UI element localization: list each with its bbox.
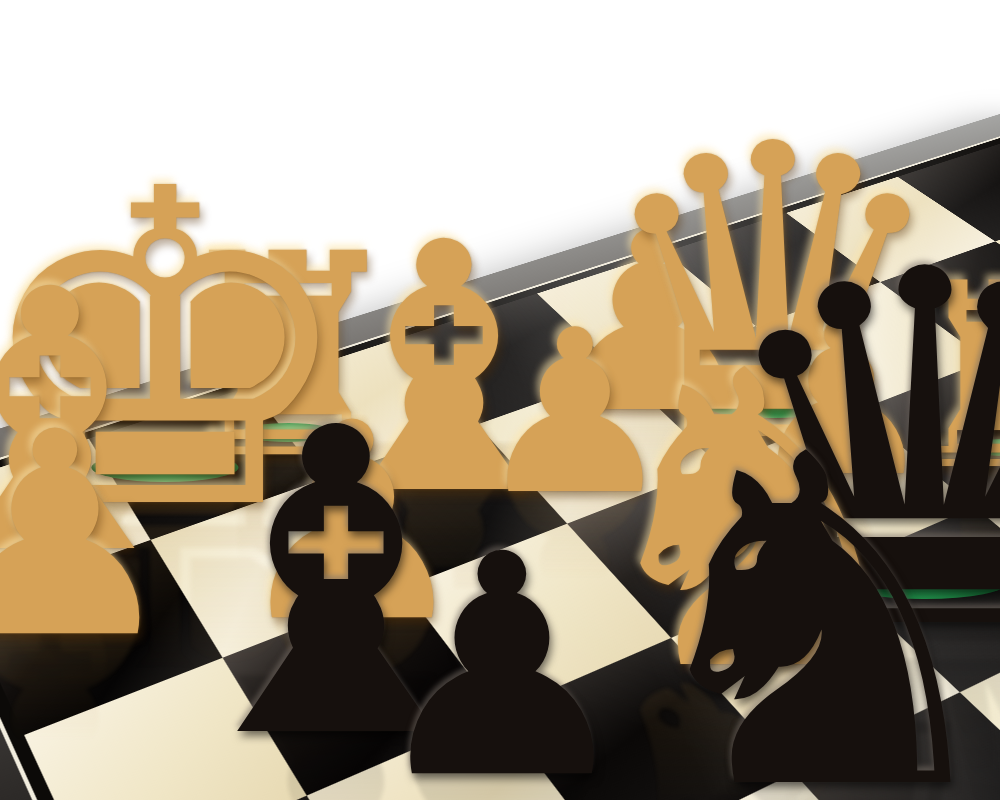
pieces-layer: ♝♝♚♚♜♜♟♟♛♛♟♟♟♟♝♝♟♟♜♜♟♟♞♞♛♛♝♝♟♟♞♞ — [0, 0, 1000, 800]
black-knight-glyph: ♞ — [616, 397, 1000, 800]
chess-set-photo-scene: ♝♝♚♚♜♜♟♟♛♛♟♟♟♟♝♝♟♟♜♜♟♟♞♞♛♛♝♝♟♟♞♞ — [0, 0, 1000, 800]
black-knight[interactable]: ♞♞ — [552, 422, 1000, 757]
